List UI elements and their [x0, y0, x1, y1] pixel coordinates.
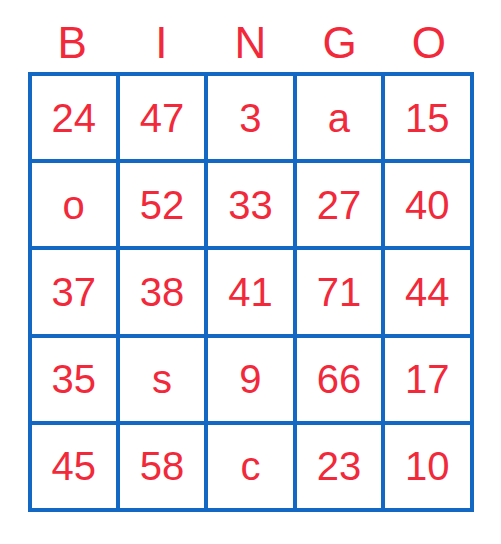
bingo-cell-r2c0[interactable]: 37 [32, 250, 116, 333]
bingo-cell-r0c2[interactable]: 3 [208, 76, 292, 159]
header-letter-4: O [384, 14, 473, 72]
bingo-cell-r1c1[interactable]: 52 [120, 163, 204, 246]
header-letter-3: G [295, 14, 384, 72]
bingo-cell-r4c3[interactable]: 23 [297, 425, 381, 508]
bingo-cell-r2c4[interactable]: 44 [385, 250, 469, 333]
bingo-header: BINGO [28, 14, 474, 72]
bingo-cell-r4c0[interactable]: 45 [32, 425, 116, 508]
bingo-cell-r0c4[interactable]: 15 [385, 76, 469, 159]
bingo-cell-r0c1[interactable]: 47 [120, 76, 204, 159]
bingo-grid: 24473a15o52332740373841714435s966174558c… [28, 72, 474, 512]
bingo-cell-r3c0[interactable]: 35 [32, 338, 116, 421]
bingo-cell-r1c4[interactable]: 40 [385, 163, 469, 246]
bingo-cell-r0c0[interactable]: 24 [32, 76, 116, 159]
bingo-cell-r2c2[interactable]: 41 [208, 250, 292, 333]
bingo-cell-r4c1[interactable]: 58 [120, 425, 204, 508]
bingo-cell-r4c2[interactable]: c [208, 425, 292, 508]
bingo-cell-r3c1[interactable]: s [120, 338, 204, 421]
bingo-cell-r3c2[interactable]: 9 [208, 338, 292, 421]
bingo-cell-r0c3[interactable]: a [297, 76, 381, 159]
bingo-cell-r3c4[interactable]: 17 [385, 338, 469, 421]
bingo-card: BINGO 24473a15o52332740373841714435s9661… [28, 0, 474, 512]
bingo-cell-r3c3[interactable]: 66 [297, 338, 381, 421]
bingo-cell-r1c3[interactable]: 27 [297, 163, 381, 246]
header-letter-2: N [206, 14, 295, 72]
bingo-cell-r2c1[interactable]: 38 [120, 250, 204, 333]
header-letter-1: I [117, 14, 206, 72]
bingo-cell-r1c2[interactable]: 33 [208, 163, 292, 246]
bingo-cell-r4c4[interactable]: 10 [385, 425, 469, 508]
bingo-cell-r2c3[interactable]: 71 [297, 250, 381, 333]
header-letter-0: B [28, 14, 117, 72]
bingo-cell-r1c0[interactable]: o [32, 163, 116, 246]
